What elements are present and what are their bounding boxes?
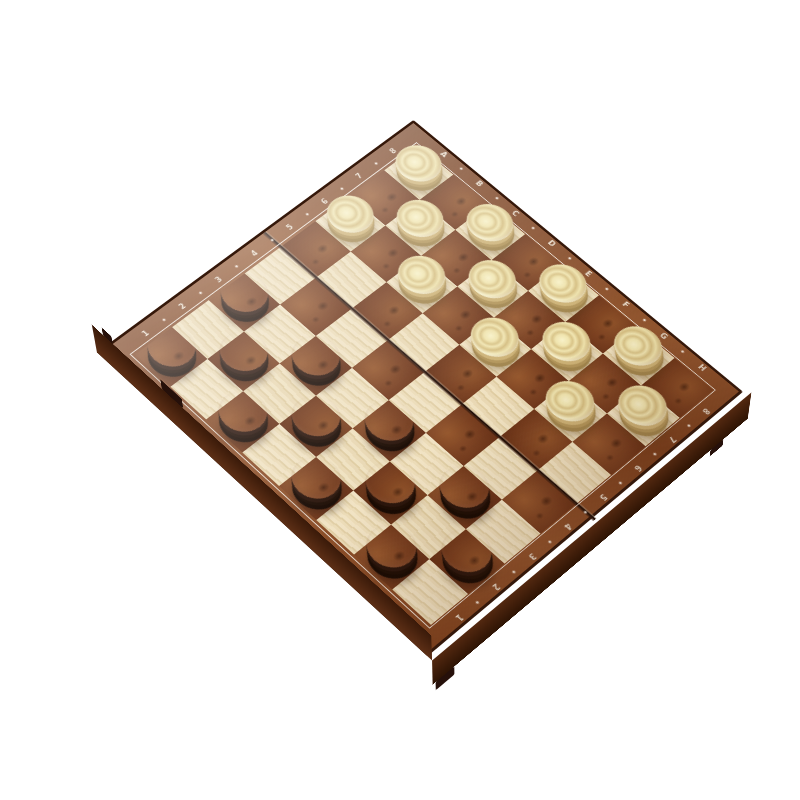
square-h3 [466, 500, 541, 564]
board-side-wall-left [92, 325, 432, 661]
file-label-right-d: D [546, 238, 558, 247]
square-g4 [464, 437, 538, 499]
band-separator-dot [680, 350, 684, 353]
piece-dark-c1 [208, 383, 277, 440]
piece-dark-e3 [354, 392, 423, 450]
band-separator-dot [605, 287, 609, 290]
band-separator-dot [653, 452, 657, 456]
board-foot-tab [102, 327, 113, 343]
square-f3 [390, 433, 464, 495]
band-separator-dot [340, 187, 344, 190]
rank-label-bottom-6: 6 [632, 464, 644, 474]
band-separator-dot [495, 197, 499, 200]
rank-label-bottom-4: 4 [562, 522, 574, 532]
band-separator-dot [687, 424, 691, 428]
rank-label-bottom-2: 2 [490, 582, 502, 592]
band-separator-dot [642, 318, 646, 321]
band-separator-dot [531, 226, 535, 229]
piece-dark-f2 [355, 453, 425, 512]
piece-dark-h2 [431, 520, 502, 581]
square-g3 [428, 466, 502, 529]
band-separator-dot [305, 213, 309, 216]
piece-dark-d2 [281, 387, 350, 444]
rank-label-bottom-3: 3 [526, 552, 538, 562]
checkers-board: 11AA22BB33CC44DD55EE66FF77GG88HH [97, 120, 743, 656]
rank-label-top-5: 5 [284, 223, 295, 232]
square-h4 [502, 471, 576, 534]
file-label-right-b: B [473, 179, 484, 188]
rank-label-top-7: 7 [354, 172, 365, 181]
file-label-right-f: F [620, 300, 631, 309]
band-separator-dot [618, 481, 622, 485]
rank-label-bottom-8: 8 [700, 407, 712, 417]
board-latch-tab [160, 379, 183, 408]
band-separator-dot [475, 600, 479, 604]
file-label-right-h: H [696, 362, 708, 372]
square-e2 [316, 428, 390, 490]
square-h7 [607, 386, 680, 447]
square-e4 [389, 372, 462, 433]
square-g5 [499, 409, 572, 471]
band-separator-dot [162, 318, 166, 321]
square-g6 [534, 381, 607, 442]
playing-field [101, 123, 413, 352]
square-c2 [243, 363, 316, 423]
rank-label-top-4: 4 [249, 249, 260, 258]
square-h2 [429, 529, 504, 594]
square-d2 [279, 396, 352, 457]
square-e3 [353, 400, 426, 461]
rank-label-top-2: 2 [177, 302, 188, 311]
square-f4 [426, 405, 499, 466]
square-g2 [391, 495, 466, 559]
square-f2 [353, 462, 427, 525]
band-separator-dot [568, 257, 572, 260]
board-foot-tab [710, 439, 724, 456]
band-separator-dot [548, 540, 552, 544]
square-f5 [461, 377, 534, 438]
square-h5 [537, 442, 611, 504]
square-h6 [572, 413, 645, 475]
board-side-wall-right [432, 392, 751, 684]
band-separator-dot [459, 167, 463, 170]
piece-dark-e1 [281, 448, 351, 507]
band-separator-dot [234, 265, 238, 268]
band-separator-dot [374, 162, 378, 165]
rank-label-bottom-7: 7 [666, 435, 678, 445]
product-photo-stage: 11AA22BB33CC44DD55EE66FF77GG88HH [0, 0, 800, 800]
piece-dark-g1 [355, 516, 426, 577]
square-d3 [316, 368, 389, 429]
band-separator-dot [512, 570, 516, 574]
rank-label-bottom-5: 5 [597, 493, 609, 503]
board-foot-tab [436, 666, 455, 690]
rank-label-bottom-1: 1 [453, 613, 465, 624]
piece-dark-g3 [429, 457, 499, 516]
band-separator-dot [198, 291, 202, 294]
